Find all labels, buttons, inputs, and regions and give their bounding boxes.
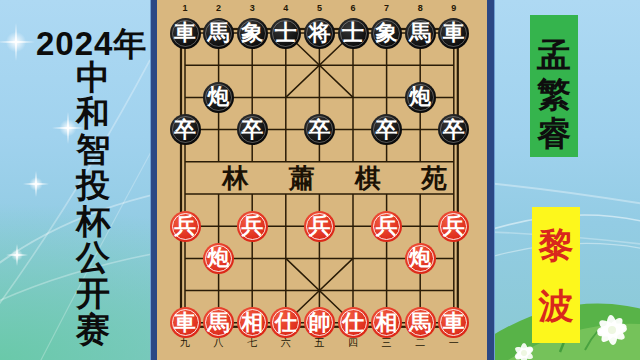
piece-black-chariot[interactable]: 車 — [170, 18, 201, 49]
file-label: 7 — [384, 3, 389, 13]
file-label: 九 — [180, 336, 190, 350]
piece-black-pawn[interactable]: 卒 — [371, 114, 402, 145]
piece-black-horse[interactable]: 馬 — [203, 18, 234, 49]
char: 黎 — [539, 227, 574, 262]
char: 中 — [76, 60, 110, 95]
piece-red-advisor[interactable]: 仕 — [338, 307, 369, 338]
piece-red-cannon[interactable]: 炮 — [405, 243, 436, 274]
file-label: 1 — [182, 3, 187, 13]
char: 棋 — [355, 161, 381, 196]
piece-red-elephant[interactable]: 相 — [371, 307, 402, 338]
char: 睿 — [537, 115, 571, 151]
char: 投 — [76, 168, 110, 203]
piece-red-advisor[interactable]: 仕 — [270, 307, 301, 338]
piece-red-chariot[interactable]: 車 — [170, 307, 201, 338]
piece-red-cannon[interactable]: 炮 — [203, 243, 234, 274]
player-name-top: 孟繁睿 — [530, 15, 578, 157]
piece-black-king[interactable]: 将 — [304, 18, 335, 49]
piece-red-chariot[interactable]: 車 — [438, 307, 469, 338]
piece-black-cannon[interactable]: 炮 — [405, 82, 436, 113]
piece-black-horse[interactable]: 馬 — [405, 18, 436, 49]
sparkle-icon — [28, 176, 44, 192]
file-label: 3 — [250, 3, 255, 13]
piece-red-pawn[interactable]: 兵 — [438, 211, 469, 242]
screenshot-stage: 2024年 中和智投杯公开赛 林蕭棋苑 123456789 九八七六五四三二一 — [0, 0, 640, 360]
char: 林 — [222, 161, 248, 196]
event-title-vertical: 中和智投杯公开赛 — [73, 60, 113, 347]
piece-red-pawn[interactable]: 兵 — [170, 211, 201, 242]
river-text: 林蕭棋苑 — [202, 163, 467, 193]
piece-red-pawn[interactable]: 兵 — [371, 211, 402, 242]
file-label: 2 — [216, 3, 221, 13]
file-label: 三 — [382, 336, 392, 350]
file-label: 4 — [283, 3, 288, 13]
char: 苑 — [421, 161, 447, 196]
piece-black-pawn[interactable]: 卒 — [438, 114, 469, 145]
file-label: 五 — [314, 336, 324, 350]
player-name-bottom: 黎波 — [532, 207, 580, 343]
piece-black-chariot[interactable]: 車 — [438, 18, 469, 49]
piece-black-advisor[interactable]: 士 — [270, 18, 301, 49]
file-label: 四 — [348, 336, 358, 350]
file-label: 一 — [449, 336, 459, 350]
piece-red-pawn[interactable]: 兵 — [304, 211, 335, 242]
file-label: 六 — [281, 336, 291, 350]
char: 开 — [76, 276, 110, 311]
piece-black-elephant[interactable]: 象 — [237, 18, 268, 49]
piece-black-pawn[interactable]: 卒 — [170, 114, 201, 145]
sparkle-icon — [10, 248, 24, 262]
char: 杯 — [76, 204, 110, 239]
piece-black-elephant[interactable]: 象 — [371, 18, 402, 49]
file-label: 8 — [418, 3, 423, 13]
piece-black-cannon[interactable]: 炮 — [203, 82, 234, 113]
char: 波 — [539, 288, 574, 323]
file-label: 二 — [415, 336, 425, 350]
file-label: 八 — [214, 336, 224, 350]
file-label: 9 — [451, 3, 456, 13]
char: 智 — [76, 132, 110, 167]
char: 蕭 — [288, 161, 314, 196]
piece-red-horse[interactable]: 馬 — [203, 307, 234, 338]
file-label: 5 — [317, 3, 322, 13]
sparkle-icon — [4, 30, 28, 54]
piece-red-horse[interactable]: 馬 — [405, 307, 436, 338]
piece-red-pawn[interactable]: 兵 — [237, 211, 268, 242]
piece-red-elephant[interactable]: 相 — [237, 307, 268, 338]
char: 繁 — [537, 76, 571, 112]
piece-black-pawn[interactable]: 卒 — [304, 114, 335, 145]
char: 和 — [76, 96, 110, 131]
piece-red-king[interactable]: 帥 — [304, 307, 335, 338]
char: 赛 — [76, 312, 110, 347]
file-label: 6 — [350, 3, 355, 13]
board-right-frame — [487, 0, 495, 360]
file-label: 七 — [247, 336, 257, 350]
char: 公 — [76, 240, 110, 275]
piece-black-advisor[interactable]: 士 — [338, 18, 369, 49]
piece-black-pawn[interactable]: 卒 — [237, 114, 268, 145]
char: 孟 — [537, 37, 571, 73]
xiangqi-board[interactable]: 林蕭棋苑 123456789 九八七六五四三二一 車馬象士将士象馬車炮炮卒卒卒卒… — [157, 0, 487, 360]
